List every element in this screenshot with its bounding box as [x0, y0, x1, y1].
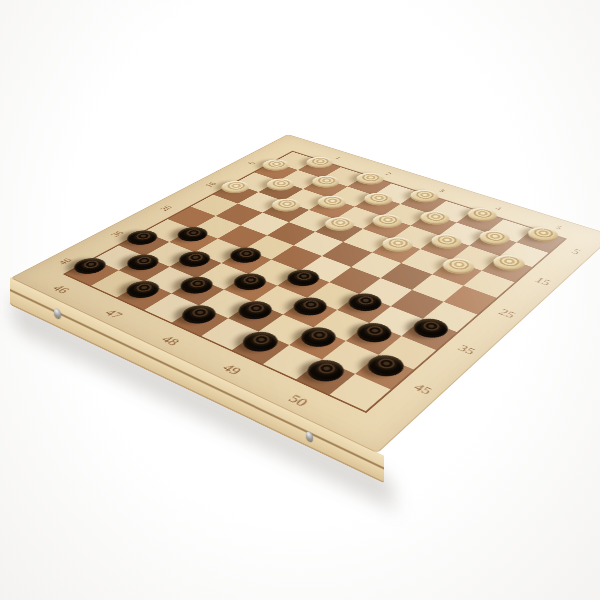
square-number-label-top-4: 4 [494, 206, 503, 211]
square-number-label-right-45: 45 [411, 382, 434, 396]
square-number-label-right-5: 5 [569, 248, 582, 256]
square-number-label-top-2: 2 [384, 171, 393, 176]
board-3d: 123455152535454647484950616263646 [11, 134, 600, 453]
square-number-label-right-35: 35 [456, 343, 478, 356]
square-number-label-left-6: 6 [246, 161, 257, 165]
square-number-label-left-16: 16 [203, 181, 218, 188]
square-number-label-bottom-50: 50 [285, 393, 311, 409]
square-number-label-bottom-47: 47 [102, 308, 125, 321]
square-number-label-left-36: 36 [109, 230, 126, 238]
square-number-label-right-25: 25 [496, 308, 517, 320]
square-number-label-right-15: 15 [533, 276, 553, 287]
square-number-label-bottom-46: 46 [49, 284, 72, 296]
square-number-label-bottom-49: 49 [219, 362, 244, 377]
square-number-label-top-5: 5 [554, 225, 564, 231]
square-number-label-top-3: 3 [437, 188, 446, 193]
board-top: 123455152535454647484950616263646 [11, 134, 600, 453]
square-number-label-left-26: 26 [158, 205, 174, 212]
scene: 123455152535454647484950616263646 [0, 0, 600, 600]
hinge-screw-icon [54, 307, 61, 319]
square-number-label-top-1: 1 [334, 156, 343, 160]
square-number-label-bottom-48: 48 [158, 334, 182, 347]
square-number-label-left-46: 46 [56, 257, 73, 266]
